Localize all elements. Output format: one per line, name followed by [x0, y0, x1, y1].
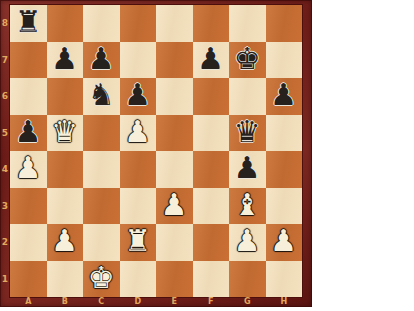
rank-label-7: 7 [0, 42, 10, 79]
square-f5[interactable] [193, 115, 230, 152]
square-g5[interactable]: ♛ [229, 115, 266, 152]
square-g7[interactable]: ♚ [229, 42, 266, 79]
rank-label-4: 4 [0, 151, 10, 188]
black-pawn: ♟ [234, 153, 261, 183]
square-b1[interactable] [47, 261, 84, 298]
square-d1[interactable] [120, 261, 157, 298]
black-pawn: ♟ [15, 117, 42, 147]
square-d8[interactable] [120, 5, 157, 42]
square-c8[interactable] [83, 5, 120, 42]
square-h3[interactable] [266, 188, 303, 225]
square-a4[interactable]: ♟ [10, 151, 47, 188]
square-c6[interactable]: ♞ [83, 78, 120, 115]
file-label-e: E [156, 296, 193, 307]
white-bishop: ♝ [234, 190, 261, 220]
square-d5[interactable]: ♟ [120, 115, 157, 152]
black-knight: ♞ [88, 80, 115, 110]
square-a8[interactable]: ♜ [10, 5, 47, 42]
black-queen: ♛ [234, 117, 261, 147]
square-e4[interactable] [156, 151, 193, 188]
black-pawn: ♟ [88, 44, 115, 74]
square-e6[interactable] [156, 78, 193, 115]
square-g3[interactable]: ♝ [229, 188, 266, 225]
square-g8[interactable] [229, 5, 266, 42]
square-d2[interactable]: ♜ [120, 224, 157, 261]
rank-label-1: 1 [0, 261, 10, 298]
black-pawn: ♟ [51, 44, 78, 74]
square-e7[interactable] [156, 42, 193, 79]
square-h2[interactable]: ♟ [266, 224, 303, 261]
square-h7[interactable] [266, 42, 303, 79]
square-f2[interactable] [193, 224, 230, 261]
square-b8[interactable] [47, 5, 84, 42]
black-rook: ♜ [15, 7, 42, 37]
square-c1[interactable]: ♚ [83, 261, 120, 298]
white-pawn: ♟ [161, 190, 188, 220]
square-f3[interactable] [193, 188, 230, 225]
black-pawn: ♟ [270, 80, 297, 110]
square-f1[interactable] [193, 261, 230, 298]
white-pawn: ♟ [234, 226, 261, 256]
square-g2[interactable]: ♟ [229, 224, 266, 261]
rank-label-3: 3 [0, 188, 10, 225]
file-label-a: A [10, 296, 47, 307]
square-b3[interactable] [47, 188, 84, 225]
square-d6[interactable]: ♟ [120, 78, 157, 115]
square-a1[interactable] [10, 261, 47, 298]
square-f6[interactable] [193, 78, 230, 115]
square-b7[interactable]: ♟ [47, 42, 84, 79]
rank-label-5: 5 [0, 115, 10, 152]
square-d3[interactable] [120, 188, 157, 225]
square-e8[interactable] [156, 5, 193, 42]
square-e3[interactable]: ♟ [156, 188, 193, 225]
square-d4[interactable] [120, 151, 157, 188]
square-f4[interactable] [193, 151, 230, 188]
black-king: ♚ [234, 44, 261, 74]
square-b4[interactable] [47, 151, 84, 188]
rank-labels: 87654321 [0, 5, 10, 297]
chess-board: ♜♟♟♟♚♞♟♟♟♛♟♛♟♟♟♝♟♜♟♟♚ [10, 5, 302, 297]
black-pawn: ♟ [124, 80, 151, 110]
square-b6[interactable] [47, 78, 84, 115]
file-label-d: D [120, 296, 157, 307]
square-a3[interactable] [10, 188, 47, 225]
white-pawn: ♟ [51, 226, 78, 256]
board-frame: ♜♟♟♟♚♞♟♟♟♛♟♛♟♟♟♝♟♜♟♟♚ 87654321 ABCDEFGH [0, 0, 312, 307]
file-label-g: G [229, 296, 266, 307]
rank-label-6: 6 [0, 78, 10, 115]
square-e5[interactable] [156, 115, 193, 152]
square-f8[interactable] [193, 5, 230, 42]
square-a7[interactable] [10, 42, 47, 79]
rank-label-8: 8 [0, 5, 10, 42]
white-queen: ♛ [51, 117, 78, 147]
white-pawn: ♟ [270, 226, 297, 256]
square-c7[interactable]: ♟ [83, 42, 120, 79]
square-h6[interactable]: ♟ [266, 78, 303, 115]
rank-label-2: 2 [0, 224, 10, 261]
square-c5[interactable] [83, 115, 120, 152]
file-label-b: B [47, 296, 84, 307]
square-b2[interactable]: ♟ [47, 224, 84, 261]
page: ♜♟♟♟♚♞♟♟♟♛♟♛♟♟♟♝♟♜♟♟♚ 87654321 ABCDEFGH [0, 0, 414, 311]
square-a6[interactable] [10, 78, 47, 115]
square-a5[interactable]: ♟ [10, 115, 47, 152]
square-d7[interactable] [120, 42, 157, 79]
square-a2[interactable] [10, 224, 47, 261]
square-e1[interactable] [156, 261, 193, 298]
white-pawn: ♟ [124, 117, 151, 147]
square-c4[interactable] [83, 151, 120, 188]
file-label-f: F [193, 296, 230, 307]
square-f7[interactable]: ♟ [193, 42, 230, 79]
file-label-h: H [266, 296, 303, 307]
white-king: ♚ [88, 263, 115, 293]
square-g1[interactable] [229, 261, 266, 298]
square-g6[interactable] [229, 78, 266, 115]
square-c3[interactable] [83, 188, 120, 225]
square-g4[interactable]: ♟ [229, 151, 266, 188]
square-c2[interactable] [83, 224, 120, 261]
white-pawn: ♟ [15, 153, 42, 183]
square-b5[interactable]: ♛ [47, 115, 84, 152]
square-h1[interactable] [266, 261, 303, 298]
file-label-c: C [83, 296, 120, 307]
square-h4[interactable] [266, 151, 303, 188]
square-h8[interactable] [266, 5, 303, 42]
file-labels: ABCDEFGH [10, 296, 302, 307]
black-pawn: ♟ [197, 44, 224, 74]
white-rook: ♜ [124, 226, 151, 256]
square-e2[interactable] [156, 224, 193, 261]
square-h5[interactable] [266, 115, 303, 152]
